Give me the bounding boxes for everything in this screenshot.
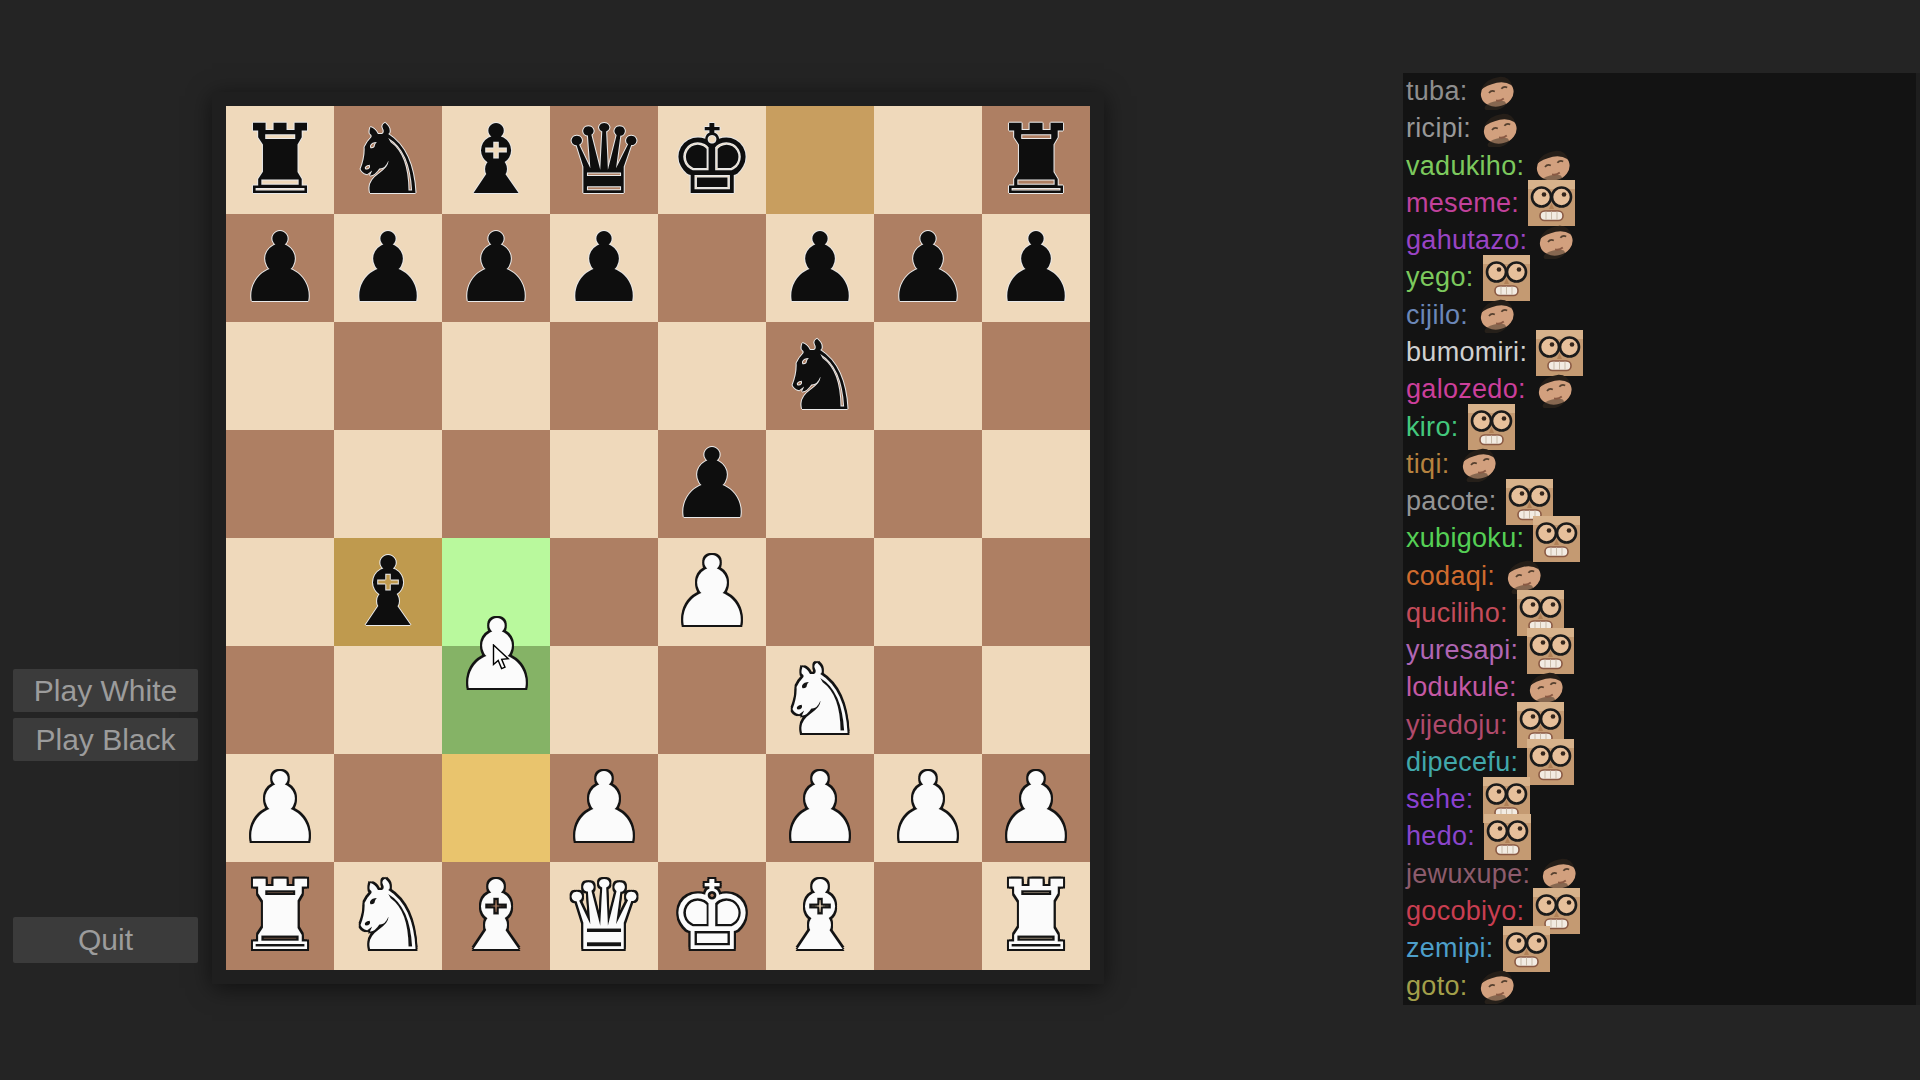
user-row-quciliho[interactable]: quciliho:: [1403, 595, 1920, 632]
square-a4[interactable]: [226, 538, 334, 646]
black-knight-f6: ♞: [777, 322, 863, 430]
square-b3[interactable]: [334, 646, 442, 754]
user-row-pacote[interactable]: pacote:: [1403, 483, 1920, 520]
user-row-xubigoku[interactable]: xubigoku:: [1403, 520, 1920, 557]
user-name-label: pacote:: [1406, 486, 1497, 517]
square-a6[interactable]: [226, 322, 334, 430]
user-name-label: dipecefu:: [1406, 747, 1518, 778]
man-tilted-avatar: [1536, 223, 1577, 259]
square-d3[interactable]: [550, 646, 658, 754]
square-e1[interactable]: ♚: [658, 862, 766, 970]
square-f2[interactable]: ♟: [766, 754, 874, 862]
white-bishop-c1: ♝: [453, 862, 539, 970]
white-knight-b1: ♞: [345, 862, 431, 970]
white-rook-a1: ♜: [237, 862, 323, 970]
square-g5[interactable]: [874, 430, 982, 538]
square-e5[interactable]: ♟: [658, 430, 766, 538]
square-d1[interactable]: ♛: [550, 862, 658, 970]
user-name-label: vadukiho:: [1406, 151, 1524, 182]
man-tilted-avatar: [1539, 856, 1580, 892]
man-tilted-avatar: [1480, 111, 1521, 147]
black-pawn-d7: ♟: [561, 214, 647, 322]
black-rook-a8: ♜: [237, 106, 323, 214]
square-g8[interactable]: [874, 106, 982, 214]
man-tilted-avatar: [1504, 558, 1545, 594]
user-row-vadukiho[interactable]: vadukiho:: [1403, 148, 1920, 185]
user-row-jewuxupe[interactable]: jewuxupe:: [1403, 856, 1920, 893]
user-name-label: tuba:: [1406, 76, 1468, 107]
black-pawn-g7: ♟: [885, 214, 971, 322]
user-row-dipecefu[interactable]: dipecefu:: [1403, 744, 1920, 781]
square-f1[interactable]: ♝: [766, 862, 874, 970]
user-row-codaqi[interactable]: codaqi:: [1403, 557, 1920, 594]
square-f4[interactable]: [766, 538, 874, 646]
black-rook-h8: ♜: [993, 106, 1079, 214]
black-king-e8: ♚: [669, 106, 755, 214]
square-g1[interactable]: [874, 862, 982, 970]
square-h8[interactable]: ♜: [982, 106, 1090, 214]
black-bishop-b4: ♝: [345, 538, 431, 646]
user-name-label: gahutazo:: [1406, 225, 1527, 256]
user-name-label: gocobiyo:: [1406, 896, 1524, 927]
user-name-label: bumomiri:: [1406, 337, 1527, 368]
square-b1[interactable]: ♞: [334, 862, 442, 970]
user-row-yijedoju[interactable]: yijedoju:: [1403, 707, 1920, 744]
square-f3[interactable]: ♞: [766, 646, 874, 754]
square-d5[interactable]: [550, 430, 658, 538]
square-g3[interactable]: [874, 646, 982, 754]
user-row-bumomiri[interactable]: bumomiri:: [1403, 334, 1920, 371]
woman-glasses-avatar: [1503, 926, 1550, 972]
man-tilted-avatar: [1477, 297, 1518, 333]
black-pawn-f7: ♟: [777, 214, 863, 322]
square-a8[interactable]: ♜: [226, 106, 334, 214]
user-name-label: xubigoku:: [1406, 523, 1524, 554]
man-tilted-avatar: [1535, 372, 1576, 408]
square-d8[interactable]: ♛: [550, 106, 658, 214]
user-row-gocobiyo[interactable]: gocobiyo:: [1403, 893, 1920, 930]
square-d4[interactable]: [550, 538, 658, 646]
square-e2[interactable]: [658, 754, 766, 862]
woman-glasses-avatar: [1536, 330, 1583, 376]
black-pawn-c7: ♟: [453, 214, 539, 322]
white-pawn-e4: ♟: [669, 538, 755, 646]
square-g7[interactable]: ♟: [874, 214, 982, 322]
woman-glasses-avatar: [1484, 814, 1531, 860]
square-c8[interactable]: ♝: [442, 106, 550, 214]
square-d7[interactable]: ♟: [550, 214, 658, 322]
user-list: tuba:ricipi:vadukiho:meseme:gahutazo:yeg…: [1403, 73, 1920, 1005]
square-b7[interactable]: ♟: [334, 214, 442, 322]
square-e3[interactable]: [658, 646, 766, 754]
black-pawn-h7: ♟: [993, 214, 1079, 322]
square-e7[interactable]: [658, 214, 766, 322]
black-pawn-a7: ♟: [237, 214, 323, 322]
square-f8[interactable]: [766, 106, 874, 214]
square-f6[interactable]: ♞: [766, 322, 874, 430]
quit-button[interactable]: Quit: [13, 917, 198, 963]
square-b6[interactable]: [334, 322, 442, 430]
woman-glasses-avatar: [1528, 180, 1575, 226]
user-name-label: sehe:: [1406, 784, 1474, 815]
square-h1[interactable]: ♜: [982, 862, 1090, 970]
man-tilted-avatar: [1459, 446, 1500, 482]
app-window: ♜♞♝♛♚♜♟♟♟♟♟♟♟♞♟♝♟♞♟♟♟♟♟♜♞♝♛♚♝♜ ♟ Play Wh…: [0, 0, 1920, 1080]
square-d6[interactable]: [550, 322, 658, 430]
white-pawn-f2: ♟: [777, 754, 863, 862]
play-white-button[interactable]: Play White: [13, 669, 198, 712]
square-g4[interactable]: [874, 538, 982, 646]
square-g6[interactable]: [874, 322, 982, 430]
square-h6[interactable]: [982, 322, 1090, 430]
woman-glasses-avatar: [1527, 628, 1574, 674]
user-row-yuresapi[interactable]: yuresapi:: [1403, 632, 1920, 669]
square-h4[interactable]: [982, 538, 1090, 646]
square-f7[interactable]: ♟: [766, 214, 874, 322]
user-row-tuba[interactable]: tuba:: [1403, 73, 1920, 110]
black-bishop-c8: ♝: [453, 106, 539, 214]
square-a2[interactable]: ♟: [226, 754, 334, 862]
square-c1[interactable]: ♝: [442, 862, 550, 970]
user-name-label: kiro:: [1406, 412, 1459, 443]
user-row-sehe[interactable]: sehe:: [1403, 781, 1920, 818]
man-tilted-avatar: [1526, 670, 1567, 706]
user-row-lodukule[interactable]: lodukule:: [1403, 669, 1920, 706]
user-row-meseme[interactable]: meseme:: [1403, 185, 1920, 222]
user-name-label: yijedoju:: [1406, 710, 1508, 741]
user-name-label: cijilo:: [1406, 300, 1468, 331]
user-name-label: quciliho:: [1406, 598, 1508, 629]
black-pawn-e5: ♟: [669, 430, 755, 538]
user-row-gahutazo[interactable]: gahutazo:: [1403, 222, 1920, 259]
white-pawn-d2: ♟: [561, 754, 647, 862]
square-d2[interactable]: ♟: [550, 754, 658, 862]
white-bishop-f1: ♝: [777, 862, 863, 970]
man-tilted-avatar: [1477, 968, 1518, 1004]
user-name-label: goto:: [1406, 971, 1468, 1002]
user-name-label: yuresapi:: [1406, 635, 1518, 666]
square-c6[interactable]: [442, 322, 550, 430]
square-h7[interactable]: ♟: [982, 214, 1090, 322]
chess-board-frame: ♜♞♝♛♚♜♟♟♟♟♟♟♟♞♟♝♟♞♟♟♟♟♟♜♞♝♛♚♝♜: [212, 92, 1104, 984]
chess-board: ♜♞♝♛♚♜♟♟♟♟♟♟♟♞♟♝♟♞♟♟♟♟♟♜♞♝♛♚♝♜: [226, 106, 1090, 970]
user-row-galozedo[interactable]: galozedo:: [1403, 371, 1920, 408]
user-row-tiqi[interactable]: tiqi:: [1403, 446, 1920, 483]
square-f5[interactable]: [766, 430, 874, 538]
white-pawn-a2: ♟: [237, 754, 323, 862]
user-name-label: tiqi:: [1406, 449, 1450, 480]
user-row-yego[interactable]: yego:: [1403, 259, 1920, 296]
user-row-zemipi[interactable]: zemipi:: [1403, 930, 1920, 967]
square-h2[interactable]: ♟: [982, 754, 1090, 862]
user-row-ricipi[interactable]: ricipi:: [1403, 110, 1920, 147]
square-b5[interactable]: [334, 430, 442, 538]
square-a5[interactable]: [226, 430, 334, 538]
woman-glasses-avatar: [1533, 516, 1580, 562]
square-a7[interactable]: ♟: [226, 214, 334, 322]
user-row-kiro[interactable]: kiro:: [1403, 408, 1920, 445]
woman-glasses-avatar: [1483, 255, 1530, 301]
square-g2[interactable]: ♟: [874, 754, 982, 862]
man-tilted-avatar: [1533, 148, 1574, 184]
user-row-goto[interactable]: goto:: [1403, 967, 1920, 1004]
man-tilted-avatar: [1477, 74, 1518, 110]
black-pawn-b7: ♟: [345, 214, 431, 322]
square-c5[interactable]: [442, 430, 550, 538]
black-knight-b8: ♞: [345, 106, 431, 214]
user-row-cijilo[interactable]: cijilo:: [1403, 297, 1920, 334]
woman-glasses-avatar: [1527, 739, 1574, 785]
play-black-button[interactable]: Play Black: [13, 718, 198, 761]
white-knight-f3: ♞: [777, 646, 863, 754]
square-e4[interactable]: ♟: [658, 538, 766, 646]
square-c7[interactable]: ♟: [442, 214, 550, 322]
white-pawn-h2: ♟: [993, 754, 1079, 862]
square-a3[interactable]: [226, 646, 334, 754]
user-name-label: zemipi:: [1406, 933, 1494, 964]
square-h5[interactable]: [982, 430, 1090, 538]
user-name-label: jewuxupe:: [1406, 859, 1530, 890]
square-b4[interactable]: ♝: [334, 538, 442, 646]
user-name-label: meseme:: [1406, 188, 1519, 219]
white-rook-h1: ♜: [993, 862, 1079, 970]
square-b8[interactable]: ♞: [334, 106, 442, 214]
user-name-label: yego:: [1406, 262, 1474, 293]
square-a1[interactable]: ♜: [226, 862, 334, 970]
square-c2[interactable]: [442, 754, 550, 862]
user-name-label: galozedo:: [1406, 374, 1526, 405]
scrollbar[interactable]: [1916, 73, 1920, 1005]
user-name-label: codaqi:: [1406, 561, 1495, 592]
mouse-cursor-icon: [492, 644, 511, 671]
square-b2[interactable]: [334, 754, 442, 862]
square-e6[interactable]: [658, 322, 766, 430]
user-row-hedo[interactable]: hedo:: [1403, 818, 1920, 855]
black-queen-d8: ♛: [561, 106, 647, 214]
square-e8[interactable]: ♚: [658, 106, 766, 214]
white-king-e1: ♚: [669, 862, 755, 970]
square-h3[interactable]: [982, 646, 1090, 754]
user-list-panel: tuba:ricipi:vadukiho:meseme:gahutazo:yeg…: [1403, 73, 1920, 1005]
white-queen-d1: ♛: [561, 862, 647, 970]
user-name-label: lodukule:: [1406, 672, 1517, 703]
user-name-label: ricipi:: [1406, 113, 1471, 144]
user-name-label: hedo:: [1406, 821, 1475, 852]
woman-glasses-avatar: [1468, 404, 1515, 450]
white-pawn-g2: ♟: [885, 754, 971, 862]
